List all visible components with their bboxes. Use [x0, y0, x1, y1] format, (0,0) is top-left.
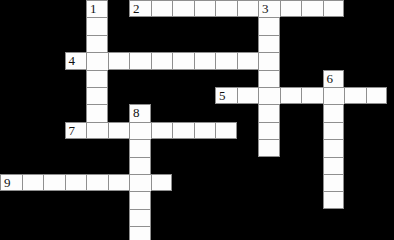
cell[interactable] — [323, 87, 345, 104]
cell-numbered-1[interactable]: 1 — [86, 0, 108, 17]
clue-number: 8 — [133, 105, 140, 120]
cell[interactable] — [258, 52, 280, 69]
clue-number: 4 — [69, 53, 76, 68]
cell-numbered-6[interactable]: 6 — [323, 70, 345, 87]
cell[interactable] — [129, 174, 151, 191]
cell[interactable] — [129, 191, 151, 208]
cell[interactable] — [215, 122, 237, 139]
cell[interactable] — [323, 157, 345, 174]
cell[interactable] — [129, 226, 151, 240]
cell[interactable] — [323, 122, 345, 139]
clue-number: 7 — [69, 123, 76, 138]
cell[interactable] — [86, 35, 108, 52]
cell[interactable] — [129, 209, 151, 226]
cell-numbered-8[interactable]: 8 — [129, 104, 151, 121]
cell[interactable] — [108, 174, 130, 191]
cell[interactable] — [129, 157, 151, 174]
cell[interactable] — [215, 0, 237, 17]
cell[interactable] — [323, 174, 345, 191]
clue-number: 5 — [219, 88, 226, 103]
cell[interactable] — [151, 122, 173, 139]
clue-number: 3 — [262, 1, 269, 16]
cell[interactable] — [151, 174, 173, 191]
cell[interactable] — [344, 87, 366, 104]
cell[interactable] — [172, 52, 194, 69]
cell-numbered-4[interactable]: 4 — [65, 52, 87, 69]
cell[interactable] — [129, 122, 151, 139]
cell[interactable] — [237, 0, 259, 17]
cell[interactable] — [172, 0, 194, 17]
clue-number: 6 — [327, 71, 334, 86]
cell[interactable] — [129, 52, 151, 69]
cell[interactable] — [194, 122, 216, 139]
cell[interactable] — [86, 104, 108, 121]
cell[interactable] — [108, 52, 130, 69]
cell[interactable] — [258, 35, 280, 52]
cell[interactable] — [129, 139, 151, 156]
cell[interactable] — [151, 0, 173, 17]
cell[interactable] — [258, 122, 280, 139]
cell-numbered-7[interactable]: 7 — [65, 122, 87, 139]
cell[interactable] — [172, 122, 194, 139]
cell[interactable] — [323, 0, 345, 17]
cell[interactable] — [366, 87, 388, 104]
cell[interactable] — [86, 174, 108, 191]
cell[interactable] — [65, 174, 87, 191]
cell[interactable] — [86, 70, 108, 87]
cell[interactable] — [301, 87, 323, 104]
cell[interactable] — [86, 122, 108, 139]
cell[interactable] — [301, 0, 323, 17]
cell[interactable] — [258, 70, 280, 87]
clue-number: 1 — [90, 1, 97, 16]
cell[interactable] — [86, 52, 108, 69]
cell[interactable] — [86, 87, 108, 104]
cell[interactable] — [258, 87, 280, 104]
crossword-screenshot: 123465879 — [0, 0, 394, 240]
clue-number: 2 — [133, 1, 140, 16]
cell[interactable] — [323, 104, 345, 121]
cell-numbered-9[interactable]: 9 — [0, 174, 22, 191]
cell[interactable] — [194, 0, 216, 17]
cell-numbered-5[interactable]: 5 — [215, 87, 237, 104]
cell[interactable] — [237, 87, 259, 104]
cell[interactable] — [151, 52, 173, 69]
cell[interactable] — [215, 52, 237, 69]
crossword-board: 123465879 — [0, 0, 394, 240]
cell-numbered-3[interactable]: 3 — [258, 0, 280, 17]
cell[interactable] — [280, 0, 302, 17]
cell[interactable] — [258, 104, 280, 121]
cell[interactable] — [280, 87, 302, 104]
cell[interactable] — [237, 52, 259, 69]
cell-numbered-2[interactable]: 2 — [129, 0, 151, 17]
cell[interactable] — [258, 17, 280, 34]
cell[interactable] — [194, 52, 216, 69]
cell[interactable] — [22, 174, 44, 191]
cell[interactable] — [323, 191, 345, 208]
cell[interactable] — [258, 139, 280, 156]
cell[interactable] — [323, 139, 345, 156]
clue-number: 9 — [4, 175, 11, 190]
cell[interactable] — [108, 122, 130, 139]
cell[interactable] — [43, 174, 65, 191]
cell[interactable] — [86, 17, 108, 34]
